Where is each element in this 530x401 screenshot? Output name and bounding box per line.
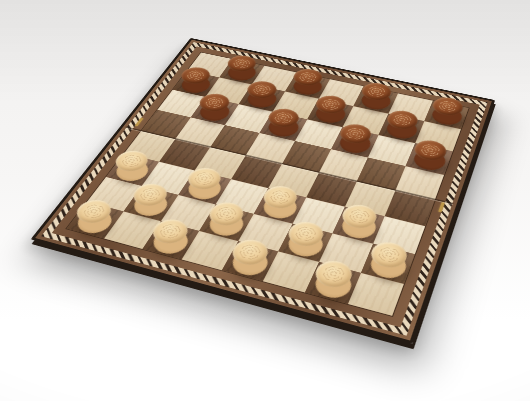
photo-scene: [0, 0, 530, 401]
engraved-rings: [211, 204, 241, 224]
engraved-rings: [235, 241, 266, 263]
engraved-rings: [318, 97, 343, 112]
engraved-rings: [266, 188, 295, 207]
engraved-rings: [190, 169, 219, 187]
cream-piece-r8c7[interactable]: [311, 266, 356, 299]
engraved-rings: [249, 82, 274, 97]
engraved-rings: [135, 185, 165, 204]
engraved-rings: [271, 110, 297, 126]
engraved-rings: [201, 95, 227, 110]
brown-piece-r2c7[interactable]: [383, 117, 419, 140]
engraved-rings: [374, 244, 403, 266]
engraved-rings: [390, 112, 415, 128]
engraved-rings: [155, 221, 186, 242]
brown-piece-r3c6[interactable]: [336, 130, 374, 154]
cream-piece-r8c5[interactable]: [228, 245, 273, 277]
cream-piece-r8c1[interactable]: [73, 206, 118, 235]
brown-piece-r3c8[interactable]: [411, 146, 448, 171]
engraved-rings: [436, 99, 460, 114]
engraved-rings: [291, 224, 321, 245]
engraved-rings: [345, 206, 373, 226]
board-3d-wrap: [31, 38, 496, 344]
cream-piece-r7c8[interactable]: [367, 248, 410, 280]
cream-piece-r7c6[interactable]: [284, 227, 327, 258]
engraved-rings: [183, 68, 208, 82]
engraved-rings: [318, 263, 349, 286]
engraved-rings: [229, 57, 254, 71]
engraved-rings: [296, 70, 320, 84]
cream-piece-r6c7[interactable]: [338, 210, 379, 239]
engraved-rings: [418, 142, 444, 159]
engraved-rings: [364, 84, 388, 99]
engraved-rings: [343, 126, 369, 142]
checkers-board: [31, 38, 496, 344]
engraved-rings: [78, 202, 109, 222]
cream-piece-r6c5[interactable]: [259, 192, 301, 220]
brown-piece-r3c4[interactable]: [265, 115, 303, 138]
cream-piece-r7c4[interactable]: [205, 208, 248, 237]
engraved-rings: [117, 152, 146, 170]
